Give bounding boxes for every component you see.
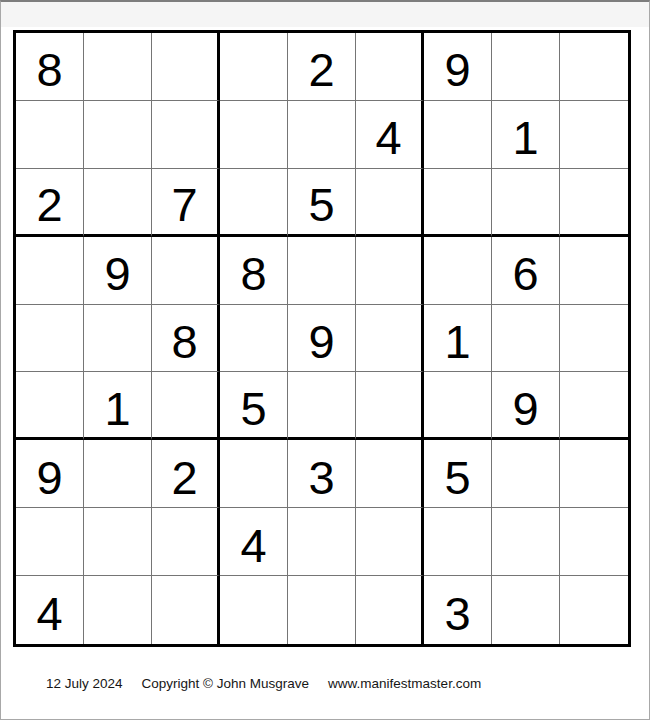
cell-r5c1[interactable] <box>16 305 84 373</box>
cell-r6c4-given[interactable]: 5 <box>220 372 288 440</box>
cell-r3c5-given[interactable]: 5 <box>288 169 356 237</box>
cell-r1c7-given[interactable]: 9 <box>424 33 492 101</box>
cell-r3c3-given[interactable]: 7 <box>152 169 220 237</box>
cell-r2c3[interactable] <box>152 101 220 169</box>
cell-r2c2[interactable] <box>84 101 152 169</box>
cell-r9c9[interactable] <box>560 576 628 644</box>
cell-r5c3-given[interactable]: 8 <box>152 305 220 373</box>
footer: 12 July 2024 Copyright © John Musgrave w… <box>46 674 481 694</box>
cell-r1c2[interactable] <box>84 33 152 101</box>
cell-r1c6[interactable] <box>356 33 424 101</box>
cell-r2c5[interactable] <box>288 101 356 169</box>
cell-r5c7-given[interactable]: 1 <box>424 305 492 373</box>
cell-r6c1[interactable] <box>16 372 84 440</box>
cell-r9c1-given[interactable]: 4 <box>16 576 84 644</box>
cell-r1c9[interactable] <box>560 33 628 101</box>
cell-r1c8[interactable] <box>492 33 560 101</box>
cell-r5c5-given[interactable]: 9 <box>288 305 356 373</box>
cell-r4c4-given[interactable]: 8 <box>220 237 288 305</box>
cell-r2c6-given[interactable]: 4 <box>356 101 424 169</box>
top-band <box>1 2 649 27</box>
cell-r5c2[interactable] <box>84 305 152 373</box>
cell-r4c3[interactable] <box>152 237 220 305</box>
cell-r1c5-given[interactable]: 2 <box>288 33 356 101</box>
cell-r9c8[interactable] <box>492 576 560 644</box>
cell-r9c7-given[interactable]: 3 <box>424 576 492 644</box>
cell-r6c7[interactable] <box>424 372 492 440</box>
cell-r4c5[interactable] <box>288 237 356 305</box>
cell-r4c6[interactable] <box>356 237 424 305</box>
cell-r8c5[interactable] <box>288 508 356 576</box>
cell-r6c8-given[interactable]: 9 <box>492 372 560 440</box>
cell-r6c3[interactable] <box>152 372 220 440</box>
cell-r8c9[interactable] <box>560 508 628 576</box>
cell-r3c4[interactable] <box>220 169 288 237</box>
cell-r3c2[interactable] <box>84 169 152 237</box>
cell-r7c9[interactable] <box>560 440 628 508</box>
cell-r6c6[interactable] <box>356 372 424 440</box>
cell-r8c2[interactable] <box>84 508 152 576</box>
cell-r8c4-given[interactable]: 4 <box>220 508 288 576</box>
cell-r3c1-given[interactable]: 2 <box>16 169 84 237</box>
cell-r4c9[interactable] <box>560 237 628 305</box>
cell-r7c3-given[interactable]: 2 <box>152 440 220 508</box>
footer-date: 12 July 2024 <box>46 674 123 694</box>
cell-r1c3[interactable] <box>152 33 220 101</box>
cell-r7c6[interactable] <box>356 440 424 508</box>
cell-r9c6[interactable] <box>356 576 424 644</box>
cell-r3c6[interactable] <box>356 169 424 237</box>
cell-r3c9[interactable] <box>560 169 628 237</box>
cell-r7c2[interactable] <box>84 440 152 508</box>
cell-r9c4[interactable] <box>220 576 288 644</box>
cell-r2c1[interactable] <box>16 101 84 169</box>
cell-r8c8[interactable] <box>492 508 560 576</box>
cell-r6c9[interactable] <box>560 372 628 440</box>
cell-r9c2[interactable] <box>84 576 152 644</box>
cell-r5c6[interactable] <box>356 305 424 373</box>
cell-r4c1[interactable] <box>16 237 84 305</box>
cell-r5c9[interactable] <box>560 305 628 373</box>
cell-r1c1-given[interactable]: 8 <box>16 33 84 101</box>
cell-r9c5[interactable] <box>288 576 356 644</box>
cell-r2c8-given[interactable]: 1 <box>492 101 560 169</box>
cell-r2c4[interactable] <box>220 101 288 169</box>
cell-r7c7-given[interactable]: 5 <box>424 440 492 508</box>
cell-r7c5-given[interactable]: 3 <box>288 440 356 508</box>
cell-r1c4[interactable] <box>220 33 288 101</box>
cell-r7c4[interactable] <box>220 440 288 508</box>
footer-copyright: Copyright © John Musgrave <box>142 674 310 694</box>
cell-r4c2-given[interactable]: 9 <box>84 237 152 305</box>
cell-r2c9[interactable] <box>560 101 628 169</box>
cell-r8c1[interactable] <box>16 508 84 576</box>
cell-r6c2-given[interactable]: 1 <box>84 372 152 440</box>
cell-r2c7[interactable] <box>424 101 492 169</box>
cell-r8c7[interactable] <box>424 508 492 576</box>
cell-r3c7[interactable] <box>424 169 492 237</box>
cell-r4c8-given[interactable]: 6 <box>492 237 560 305</box>
sudoku-grid: 829412759868911599235443 <box>13 30 631 647</box>
cell-r9c3[interactable] <box>152 576 220 644</box>
cell-r8c6[interactable] <box>356 508 424 576</box>
cell-r7c1-given[interactable]: 9 <box>16 440 84 508</box>
footer-website: www.manifestmaster.com <box>328 674 481 694</box>
cell-r8c3[interactable] <box>152 508 220 576</box>
cell-r5c4[interactable] <box>220 305 288 373</box>
page: 829412759868911599235443 12 July 2024 Co… <box>0 0 650 720</box>
cell-r7c8[interactable] <box>492 440 560 508</box>
cell-r4c7[interactable] <box>424 237 492 305</box>
cell-r6c5[interactable] <box>288 372 356 440</box>
cell-r5c8[interactable] <box>492 305 560 373</box>
cell-r3c8[interactable] <box>492 169 560 237</box>
